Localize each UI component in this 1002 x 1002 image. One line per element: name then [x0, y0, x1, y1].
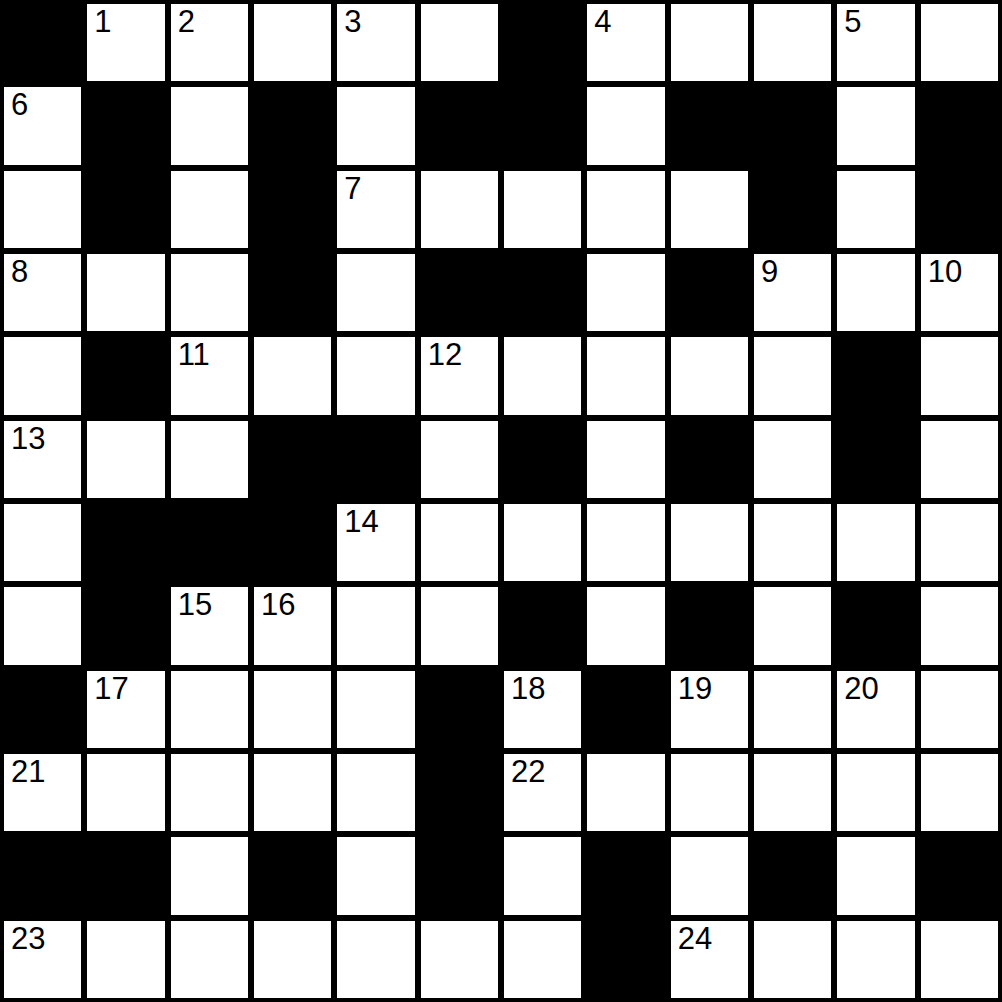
cell-8-4[interactable]	[337, 671, 414, 748]
cell-8-1[interactable]: 17	[87, 671, 164, 748]
clue-number: 21	[11, 755, 45, 789]
cell-9-1[interactable]	[87, 754, 164, 831]
cell-7-6	[504, 587, 581, 664]
cell-1-4[interactable]	[337, 87, 414, 164]
cell-8-5	[421, 671, 498, 748]
cell-7-10	[837, 587, 914, 664]
cell-3-4[interactable]	[337, 254, 414, 331]
cell-9-2[interactable]	[171, 754, 248, 831]
cell-10-1	[87, 837, 164, 914]
crossword-grid: 123456789101112131415161718192021222324	[0, 0, 1002, 1002]
cell-9-4[interactable]	[337, 754, 414, 831]
cell-10-5	[421, 837, 498, 914]
cell-5-8	[671, 421, 748, 498]
cell-7-3[interactable]: 16	[254, 587, 331, 664]
cell-1-7[interactable]	[587, 87, 664, 164]
clue-number: 2	[178, 5, 195, 39]
cell-3-6	[504, 254, 581, 331]
cell-6-5[interactable]	[421, 504, 498, 581]
cell-2-6[interactable]	[504, 171, 581, 248]
cell-0-3[interactable]	[254, 4, 331, 81]
clue-number: 13	[11, 422, 45, 456]
cell-5-6	[504, 421, 581, 498]
cell-0-10[interactable]: 5	[837, 4, 914, 81]
cell-7-2[interactable]: 15	[171, 587, 248, 664]
cell-7-1	[87, 587, 164, 664]
cell-1-6	[504, 87, 581, 164]
cell-1-5	[421, 87, 498, 164]
clue-number: 3	[344, 5, 361, 39]
cell-6-3	[254, 504, 331, 581]
cell-3-5	[421, 254, 498, 331]
cell-7-11[interactable]	[921, 587, 998, 664]
cell-9-8[interactable]	[671, 754, 748, 831]
cell-1-1	[87, 87, 164, 164]
clue-number: 7	[344, 172, 361, 206]
cell-9-3[interactable]	[254, 754, 331, 831]
clue-number: 9	[761, 255, 778, 289]
cell-4-3[interactable]	[254, 337, 331, 414]
cell-2-0[interactable]	[4, 171, 81, 248]
cell-10-10[interactable]	[837, 837, 914, 914]
cell-10-3	[254, 837, 331, 914]
cell-8-6[interactable]: 18	[504, 671, 581, 748]
cell-10-8[interactable]	[671, 837, 748, 914]
cell-0-8[interactable]	[671, 4, 748, 81]
cell-7-8	[671, 587, 748, 664]
cell-2-9	[754, 171, 831, 248]
cell-6-11[interactable]	[921, 504, 998, 581]
cell-1-9	[754, 87, 831, 164]
cell-0-0	[4, 4, 81, 81]
cell-0-5[interactable]	[421, 4, 498, 81]
cell-1-8	[671, 87, 748, 164]
cell-9-7[interactable]	[587, 754, 664, 831]
clue-number: 4	[594, 5, 611, 39]
cell-5-4	[337, 421, 414, 498]
cell-6-1	[87, 504, 164, 581]
clue-number: 11	[178, 338, 210, 372]
cell-1-11	[921, 87, 998, 164]
cell-8-0	[4, 671, 81, 748]
cell-8-7	[587, 671, 664, 748]
cell-2-1	[87, 171, 164, 248]
cell-10-11	[921, 837, 998, 914]
cell-2-10[interactable]	[837, 171, 914, 248]
cell-8-11[interactable]	[921, 671, 998, 748]
cell-10-9	[754, 837, 831, 914]
cell-9-6[interactable]: 22	[504, 754, 581, 831]
cell-4-5[interactable]: 12	[421, 337, 498, 414]
cell-4-1	[87, 337, 164, 414]
clue-number: 18	[511, 672, 545, 706]
clue-number: 10	[928, 255, 962, 289]
cell-4-7[interactable]	[587, 337, 664, 414]
cell-4-4[interactable]	[337, 337, 414, 414]
cell-8-3[interactable]	[254, 671, 331, 748]
cell-2-2[interactable]	[171, 171, 248, 248]
clue-number: 8	[11, 255, 28, 289]
cell-4-6[interactable]	[504, 337, 581, 414]
cell-11-0[interactable]: 23	[4, 921, 81, 998]
cell-6-0[interactable]	[4, 504, 81, 581]
cell-4-2[interactable]: 11	[171, 337, 248, 414]
cell-5-11[interactable]	[921, 421, 998, 498]
clue-number: 6	[11, 88, 28, 122]
cell-4-0[interactable]	[4, 337, 81, 414]
cell-2-5[interactable]	[421, 171, 498, 248]
cell-0-4[interactable]: 3	[337, 4, 414, 81]
cell-8-2[interactable]	[171, 671, 248, 748]
cell-11-9[interactable]	[754, 921, 831, 998]
cell-11-2[interactable]	[171, 921, 248, 998]
cell-11-4[interactable]	[337, 921, 414, 998]
cell-1-3	[254, 87, 331, 164]
cell-2-11	[921, 171, 998, 248]
cell-6-9[interactable]	[754, 504, 831, 581]
cell-3-10[interactable]	[837, 254, 914, 331]
cell-9-5	[421, 754, 498, 831]
cell-2-3	[254, 171, 331, 248]
cell-0-11[interactable]	[921, 4, 998, 81]
clue-number: 12	[428, 338, 462, 372]
clue-number: 14	[344, 505, 378, 539]
cell-8-9[interactable]	[754, 671, 831, 748]
clue-number: 15	[178, 588, 212, 622]
cell-4-8[interactable]	[671, 337, 748, 414]
cell-2-8[interactable]	[671, 171, 748, 248]
cell-11-10[interactable]	[837, 921, 914, 998]
clue-number: 20	[844, 672, 878, 706]
cell-7-7[interactable]	[587, 587, 664, 664]
cell-11-5[interactable]	[421, 921, 498, 998]
clue-number: 17	[94, 672, 128, 706]
cell-3-11[interactable]: 10	[921, 254, 998, 331]
cell-3-1[interactable]	[87, 254, 164, 331]
cell-6-7[interactable]	[587, 504, 664, 581]
cell-7-9[interactable]	[754, 587, 831, 664]
cell-2-4[interactable]: 7	[337, 171, 414, 248]
cell-10-4[interactable]	[337, 837, 414, 914]
cell-10-2[interactable]	[171, 837, 248, 914]
cell-3-8	[671, 254, 748, 331]
cell-0-1[interactable]: 1	[87, 4, 164, 81]
cell-3-3	[254, 254, 331, 331]
cell-0-7[interactable]: 4	[587, 4, 664, 81]
cell-7-4[interactable]	[337, 587, 414, 664]
cell-4-10	[837, 337, 914, 414]
cell-9-11[interactable]	[921, 754, 998, 831]
cell-10-7	[587, 837, 664, 914]
cell-10-0	[4, 837, 81, 914]
cell-11-11[interactable]	[921, 921, 998, 998]
cell-5-2[interactable]	[171, 421, 248, 498]
cell-3-7[interactable]	[587, 254, 664, 331]
cell-11-3[interactable]	[254, 921, 331, 998]
cell-3-9[interactable]: 9	[754, 254, 831, 331]
clue-number: 19	[678, 672, 712, 706]
clue-number: 23	[11, 922, 45, 956]
cell-8-8[interactable]: 19	[671, 671, 748, 748]
cell-5-1[interactable]	[87, 421, 164, 498]
cell-10-6[interactable]	[504, 837, 581, 914]
cell-1-0[interactable]: 6	[4, 87, 81, 164]
clue-number: 16	[261, 588, 295, 622]
cell-6-4[interactable]: 14	[337, 504, 414, 581]
cell-1-10[interactable]	[837, 87, 914, 164]
cell-5-3	[254, 421, 331, 498]
cell-11-7	[587, 921, 664, 998]
cell-0-6	[504, 4, 581, 81]
cell-7-5[interactable]	[421, 587, 498, 664]
cell-9-10[interactable]	[837, 754, 914, 831]
cell-6-2	[171, 504, 248, 581]
cell-11-1[interactable]	[87, 921, 164, 998]
cell-1-2[interactable]	[171, 87, 248, 164]
cell-6-8[interactable]	[671, 504, 748, 581]
clue-number: 1	[94, 5, 111, 39]
clue-number: 24	[678, 922, 712, 956]
cell-6-10[interactable]	[837, 504, 914, 581]
cell-2-7[interactable]	[587, 171, 664, 248]
cell-11-8[interactable]: 24	[671, 921, 748, 998]
cell-3-2[interactable]	[171, 254, 248, 331]
clue-number: 22	[511, 755, 545, 789]
cell-6-6[interactable]	[504, 504, 581, 581]
clue-number: 5	[844, 5, 861, 39]
cell-9-9[interactable]	[754, 754, 831, 831]
cell-5-7[interactable]	[587, 421, 664, 498]
cell-5-10	[837, 421, 914, 498]
cell-4-9[interactable]	[754, 337, 831, 414]
cell-3-0[interactable]: 8	[4, 254, 81, 331]
cell-5-9[interactable]	[754, 421, 831, 498]
cell-11-6[interactable]	[504, 921, 581, 998]
cell-0-9[interactable]	[754, 4, 831, 81]
cell-5-5[interactable]	[421, 421, 498, 498]
cell-9-0[interactable]: 21	[4, 754, 81, 831]
cell-4-11[interactable]	[921, 337, 998, 414]
cell-5-0[interactable]: 13	[4, 421, 81, 498]
cell-8-10[interactable]: 20	[837, 671, 914, 748]
cell-0-2[interactable]: 2	[171, 4, 248, 81]
cell-7-0[interactable]	[4, 587, 81, 664]
